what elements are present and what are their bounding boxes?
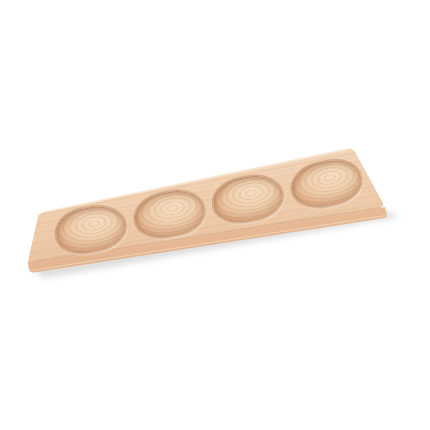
pit-cell-2 <box>131 186 208 243</box>
pit-4[interactable] <box>288 156 365 213</box>
pit-3[interactable] <box>209 171 286 228</box>
product-photo-stage <box>0 0 430 430</box>
pit-1[interactable] <box>52 201 129 258</box>
pit-2[interactable] <box>131 186 208 243</box>
pit-cell-1 <box>52 201 129 258</box>
pit-cell-4 <box>288 156 365 213</box>
pit-cell-3 <box>209 171 286 228</box>
